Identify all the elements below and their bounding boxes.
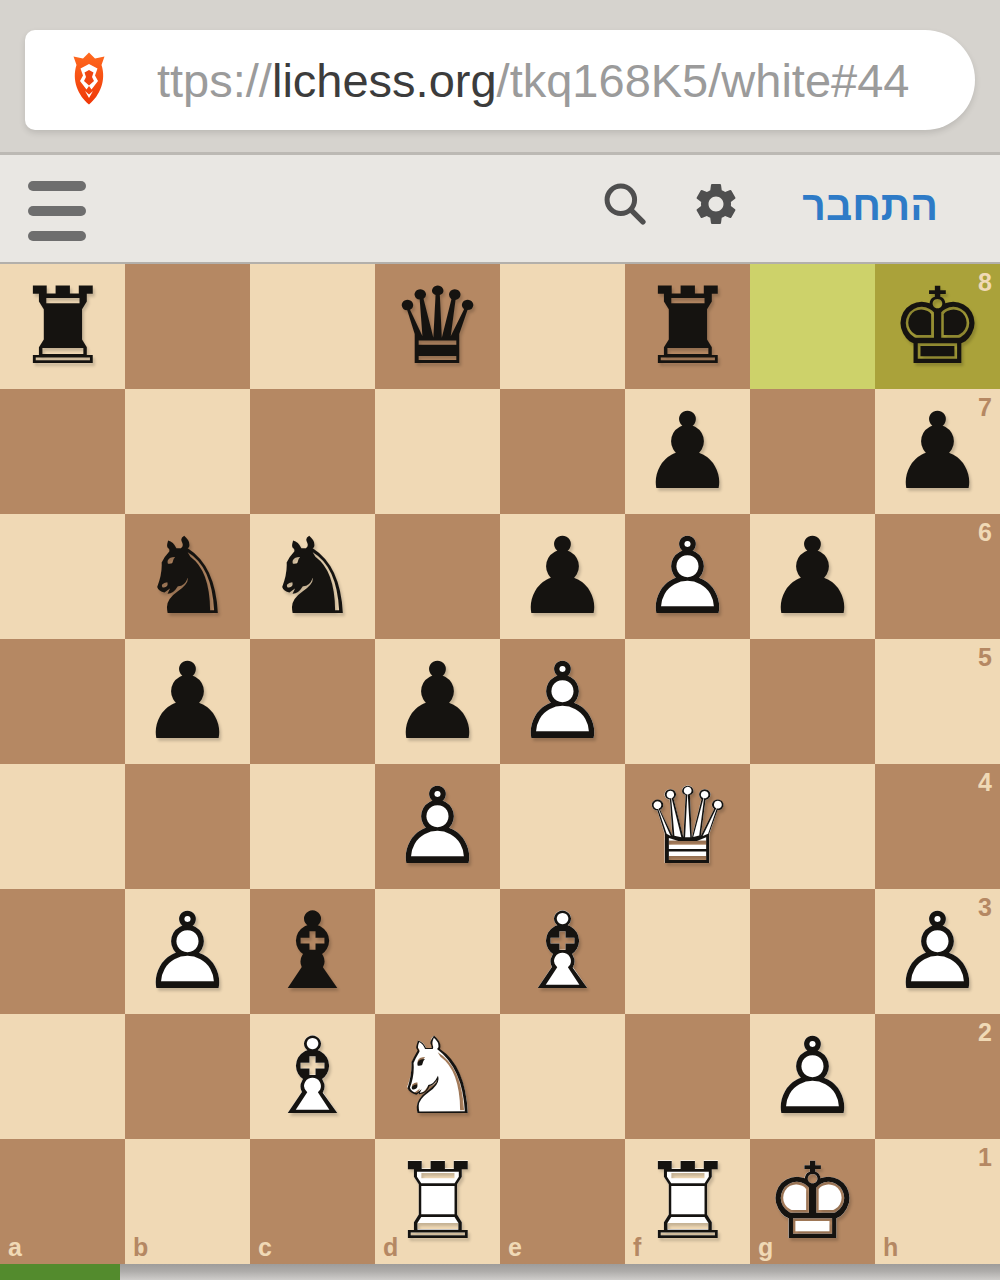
square-f2[interactable] <box>625 1014 750 1139</box>
square-a7[interactable] <box>0 389 125 514</box>
square-c8[interactable] <box>250 264 375 389</box>
square-d2[interactable]: ♞♘ <box>375 1014 500 1139</box>
search-icon[interactable] <box>600 179 650 229</box>
url-scheme: ttps:// <box>157 54 272 107</box>
square-g3[interactable] <box>750 889 875 1014</box>
piece-white-pawn[interactable]: ♟♙ <box>625 514 750 639</box>
piece-white-knight[interactable]: ♞♘ <box>375 1014 500 1139</box>
square-e6[interactable]: ♟ <box>500 514 625 639</box>
url-path: /tkq168K5/white#44 <box>497 54 910 107</box>
file-label-e: e <box>508 1235 522 1260</box>
rank-label-3: 3 <box>978 895 992 920</box>
file-label-g: g <box>758 1235 773 1260</box>
piece-black-rook[interactable]: ♜ <box>0 264 125 389</box>
square-h5[interactable]: 5 <box>875 639 1000 764</box>
square-a5[interactable] <box>0 639 125 764</box>
square-h6[interactable]: 6 <box>875 514 1000 639</box>
page-bottom-strip <box>0 1264 1000 1280</box>
site-header: התחבר <box>0 152 1000 264</box>
piece-white-rook[interactable]: ♜♖ <box>625 1139 750 1264</box>
square-g5[interactable] <box>750 639 875 764</box>
square-g2[interactable]: ♟♙ <box>750 1014 875 1139</box>
square-d3[interactable] <box>375 889 500 1014</box>
square-c2[interactable]: ♝♗ <box>250 1014 375 1139</box>
piece-black-pawn[interactable]: ♟ <box>500 514 625 639</box>
square-d1[interactable]: ♜♖d <box>375 1139 500 1264</box>
square-c3[interactable]: ♝ <box>250 889 375 1014</box>
file-label-d: d <box>383 1235 398 1260</box>
square-g1[interactable]: ♚♔g <box>750 1139 875 1264</box>
piece-black-bishop[interactable]: ♝ <box>250 889 375 1014</box>
piece-black-pawn[interactable]: ♟ <box>750 514 875 639</box>
square-d6[interactable] <box>375 514 500 639</box>
square-g8[interactable] <box>750 264 875 389</box>
square-d4[interactable]: ♟♙ <box>375 764 500 889</box>
square-c6[interactable]: ♞ <box>250 514 375 639</box>
square-b6[interactable]: ♞ <box>125 514 250 639</box>
square-b2[interactable] <box>125 1014 250 1139</box>
square-b8[interactable] <box>125 264 250 389</box>
square-h3[interactable]: ♟♙3 <box>875 889 1000 1014</box>
piece-white-bishop[interactable]: ♝♗ <box>500 889 625 1014</box>
rank-label-1: 1 <box>978 1145 992 1170</box>
square-g7[interactable] <box>750 389 875 514</box>
square-c1[interactable]: c <box>250 1139 375 1264</box>
square-b3[interactable]: ♟♙ <box>125 889 250 1014</box>
file-label-a: a <box>8 1235 22 1260</box>
piece-black-pawn[interactable]: ♟ <box>625 389 750 514</box>
square-d5[interactable]: ♟ <box>375 639 500 764</box>
square-e4[interactable] <box>500 764 625 889</box>
square-c4[interactable] <box>250 764 375 889</box>
square-f5[interactable] <box>625 639 750 764</box>
square-f6[interactable]: ♟♙ <box>625 514 750 639</box>
square-b1[interactable]: b <box>125 1139 250 1264</box>
piece-black-pawn[interactable]: ♟ <box>125 639 250 764</box>
square-h8[interactable]: ♚8 <box>875 264 1000 389</box>
square-e2[interactable] <box>500 1014 625 1139</box>
square-c5[interactable] <box>250 639 375 764</box>
rank-label-2: 2 <box>978 1020 992 1045</box>
square-a1[interactable]: a <box>0 1139 125 1264</box>
rank-label-5: 5 <box>978 645 992 670</box>
url-domain: lichess.org <box>272 54 497 107</box>
square-c7[interactable] <box>250 389 375 514</box>
piece-white-pawn[interactable]: ♟♙ <box>375 764 500 889</box>
piece-black-rook[interactable]: ♜ <box>625 264 750 389</box>
rank-label-8: 8 <box>978 270 992 295</box>
gear-icon[interactable] <box>691 179 741 229</box>
hamburger-menu-icon[interactable] <box>28 181 86 241</box>
square-b4[interactable] <box>125 764 250 889</box>
square-h1[interactable]: 1h <box>875 1139 1000 1264</box>
piece-black-knight[interactable]: ♞ <box>250 514 375 639</box>
piece-white-pawn[interactable]: ♟♙ <box>750 1014 875 1139</box>
file-label-c: c <box>258 1235 272 1260</box>
square-d8[interactable]: ♛ <box>375 264 500 389</box>
rank-label-6: 6 <box>978 520 992 545</box>
square-e3[interactable]: ♝♗ <box>500 889 625 1014</box>
piece-white-pawn[interactable]: ♟♙ <box>500 639 625 764</box>
address-bar[interactable]: ttps://lichess.org/tkq168K5/white#44 <box>25 30 975 130</box>
square-e1[interactable]: e <box>500 1139 625 1264</box>
square-f7[interactable]: ♟ <box>625 389 750 514</box>
rank-label-7: 7 <box>978 395 992 420</box>
square-h4[interactable]: 4 <box>875 764 1000 889</box>
square-a8[interactable]: ♜ <box>0 264 125 389</box>
square-f1[interactable]: ♜♖f <box>625 1139 750 1264</box>
square-a3[interactable] <box>0 889 125 1014</box>
piece-white-pawn[interactable]: ♟♙ <box>125 889 250 1014</box>
url-text[interactable]: ttps://lichess.org/tkq168K5/white#44 <box>157 53 909 108</box>
square-f3[interactable] <box>625 889 750 1014</box>
chess-board: ♜♛♜♚8♟♟7♞♞♟♟♙♟6♟♟♟♙5♟♙♛♕4♟♙♝♝♗♟♙3♝♗♞♘♟♙2… <box>0 264 1000 1264</box>
piece-black-pawn[interactable]: ♟ <box>375 639 500 764</box>
square-h2[interactable]: 2 <box>875 1014 1000 1139</box>
square-d7[interactable] <box>375 389 500 514</box>
file-label-b: b <box>133 1235 148 1260</box>
brave-lion-icon <box>63 51 115 109</box>
square-b5[interactable]: ♟ <box>125 639 250 764</box>
rank-label-4: 4 <box>978 770 992 795</box>
square-e5[interactable]: ♟♙ <box>500 639 625 764</box>
browser-top-chrome: ttps://lichess.org/tkq168K5/white#44 <box>0 0 1000 152</box>
piece-white-bishop[interactable]: ♝♗ <box>250 1014 375 1139</box>
square-f8[interactable]: ♜ <box>625 264 750 389</box>
square-a4[interactable] <box>0 764 125 889</box>
square-e7[interactable] <box>500 389 625 514</box>
square-g4[interactable] <box>750 764 875 889</box>
login-link[interactable]: התחבר <box>802 183 938 230</box>
square-a2[interactable] <box>0 1014 125 1139</box>
square-a6[interactable] <box>0 514 125 639</box>
square-g6[interactable]: ♟ <box>750 514 875 639</box>
square-h7[interactable]: ♟7 <box>875 389 1000 514</box>
piece-black-queen[interactable]: ♛ <box>375 264 500 389</box>
square-e8[interactable] <box>500 264 625 389</box>
file-label-f: f <box>633 1235 641 1260</box>
progress-bar <box>0 1264 120 1280</box>
file-label-h: h <box>883 1235 898 1260</box>
square-b7[interactable] <box>125 389 250 514</box>
piece-black-knight[interactable]: ♞ <box>125 514 250 639</box>
piece-white-queen[interactable]: ♛♕ <box>625 764 750 889</box>
square-f4[interactable]: ♛♕ <box>625 764 750 889</box>
